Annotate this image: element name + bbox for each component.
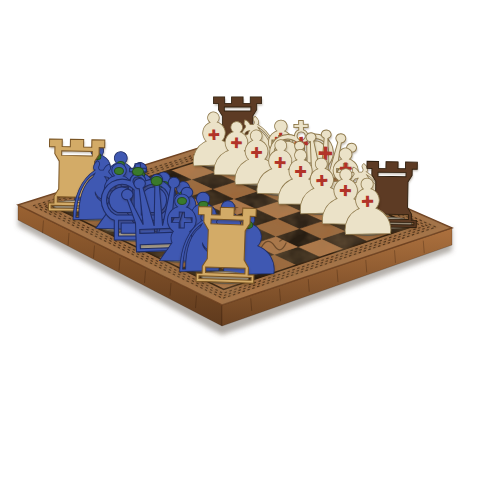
leather-mottle [18,135,452,305]
chess-set-product-photo: ♜♞♝♛♚♝♞♜♟♟♟♟♟♟♟♟♟✚♟✚♟✚♟✚♟✚♟✚♟✚♟✚♜♞✚♝✚♛✚♚… [0,0,480,480]
chess-board [0,0,480,480]
leather-texture-overlay [18,135,452,305]
